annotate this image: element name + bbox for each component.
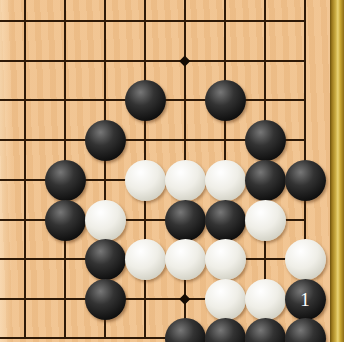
grid-line-h <box>0 20 306 22</box>
stone-black[interactable] <box>245 120 286 161</box>
move-number-label: 1 <box>300 290 310 309</box>
stone-white[interactable] <box>125 160 166 201</box>
stone-black[interactable] <box>165 200 206 241</box>
stone-black[interactable] <box>285 160 326 201</box>
stone-white[interactable] <box>205 239 246 280</box>
go-board-view: 1 <box>0 0 344 342</box>
stone-black[interactable] <box>85 279 126 320</box>
stone-black[interactable] <box>45 200 86 241</box>
stone-white[interactable] <box>205 160 246 201</box>
stone-white[interactable] <box>125 239 166 280</box>
stone-white[interactable] <box>165 239 206 280</box>
board-gold-border <box>330 0 344 342</box>
stone-black[interactable] <box>85 120 126 161</box>
stone-white[interactable] <box>245 200 286 241</box>
stone-white[interactable] <box>285 239 326 280</box>
stone-white[interactable] <box>245 279 286 320</box>
grid-line-h <box>0 60 306 62</box>
stone-black[interactable] <box>85 239 126 280</box>
stone-black[interactable] <box>205 80 246 121</box>
stone-black[interactable] <box>245 160 286 201</box>
stone-black[interactable] <box>205 200 246 241</box>
grid-line-v <box>24 0 26 339</box>
stone-white[interactable] <box>85 200 126 241</box>
stone-white[interactable] <box>205 279 246 320</box>
stone-black-move-1[interactable]: 1 <box>285 279 326 320</box>
stone-black[interactable] <box>45 160 86 201</box>
stone-black[interactable] <box>125 80 166 121</box>
stone-white[interactable] <box>165 160 206 201</box>
